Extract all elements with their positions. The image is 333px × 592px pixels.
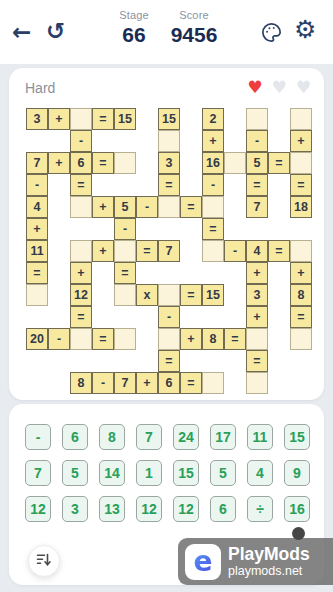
grid-cell-given: 3: [158, 152, 180, 174]
score-value: 9456: [160, 23, 228, 47]
grid-cell-given: =: [26, 262, 48, 284]
grid-gap: [268, 306, 290, 328]
grid-cell-given: 6: [70, 152, 92, 174]
grid-cell-given: 4: [246, 240, 268, 262]
heart-filled-icon: ♥: [247, 77, 262, 97]
grid-gap: [48, 306, 70, 328]
grid-cell-given: 6: [158, 372, 180, 394]
grid-gap: [180, 262, 202, 284]
grid-cell-given: 3: [26, 108, 48, 130]
grid-cell-given: -: [246, 130, 268, 152]
grid-cell-given: 7: [26, 152, 48, 174]
grid-gap: [224, 218, 246, 240]
grid-gap: [136, 350, 158, 372]
puzzle-grid: 3+=15152-+-+7+6=3165=-==-==4+5-=718+-=11…: [26, 108, 312, 394]
grid-cell-given: 3: [246, 284, 268, 306]
grid-cell-empty[interactable]: [114, 152, 136, 174]
grid-gap: [48, 262, 70, 284]
tile-row: 7514115549: [25, 460, 310, 486]
grid-gap: [224, 284, 246, 306]
grid-gap: [268, 284, 290, 306]
restart-button[interactable]: ↺: [46, 20, 65, 43]
grid-cell-given: =: [92, 328, 114, 350]
watermark-text: PlayMods playmods.net: [228, 545, 310, 579]
number-tile[interactable]: 6: [62, 424, 88, 450]
grid-cell-empty[interactable]: [246, 108, 268, 130]
grid-gap: [268, 328, 290, 350]
grid-cell-given: +: [246, 306, 268, 328]
theme-palette-button[interactable]: [260, 21, 283, 46]
grid-cell-given: =: [136, 240, 158, 262]
grid-cell-given: =: [180, 284, 202, 306]
grid-cell-given: x: [136, 284, 158, 306]
grid-cell-empty[interactable]: [202, 196, 224, 218]
grid-cell-given: 2: [202, 108, 224, 130]
grid-cell-empty[interactable]: [114, 284, 136, 306]
number-tile[interactable]: 13: [99, 496, 125, 522]
grid-gap: [268, 108, 290, 130]
number-tile[interactable]: 24: [173, 424, 199, 450]
grid-cell-given: +: [92, 240, 114, 262]
number-tile[interactable]: 1: [136, 460, 162, 486]
grid-gap: [224, 130, 246, 152]
grid-cell-given: 18: [290, 196, 312, 218]
grid-cell-given: 20: [26, 328, 48, 350]
grid-cell-given: +: [48, 108, 70, 130]
grid-gap: [224, 306, 246, 328]
grid-cell-given: -: [114, 218, 136, 240]
grid-gap: [268, 196, 290, 218]
grid-cell-given: +: [180, 328, 202, 350]
grid-cell-given: =: [158, 174, 180, 196]
grid-gap: [290, 372, 312, 394]
grid-cell-given: -: [92, 372, 114, 394]
grid-cell-given: 16: [202, 152, 224, 174]
grid-cell-given: -: [136, 196, 158, 218]
number-tile[interactable]: 17: [210, 424, 236, 450]
grid-cell-given: =: [246, 350, 268, 372]
grid-cell-empty[interactable]: [114, 240, 136, 262]
grid-gap: [268, 350, 290, 372]
number-tile[interactable]: 7: [136, 424, 162, 450]
grid-gap: [136, 152, 158, 174]
grid-cell-empty[interactable]: [246, 372, 268, 394]
grid-cell-empty[interactable]: [290, 328, 312, 350]
tile-row: -68724171115: [25, 424, 310, 450]
grid-gap: [180, 152, 202, 174]
grid-cell-empty[interactable]: [290, 108, 312, 130]
grid-gap: [48, 284, 70, 306]
grid-gap: [26, 306, 48, 328]
grid-cell-given: +: [202, 130, 224, 152]
grid-cell-given: 7: [246, 196, 268, 218]
number-tile[interactable]: 14: [99, 460, 125, 486]
board-card: Hard ♥♥♥ 3+=15152-+-+7+6=3165=-==-==4+5-…: [9, 68, 324, 400]
grid-cell-given: =: [114, 262, 136, 284]
grid-gap: [136, 130, 158, 152]
grid-cell-given: 15: [158, 108, 180, 130]
grid-gap: [48, 372, 70, 394]
grid-cell-given: 15: [114, 108, 136, 130]
grid-cell-given: =: [92, 108, 114, 130]
grid-cell-given: 5: [246, 152, 268, 174]
grid-cell-given: +: [290, 130, 312, 152]
grid-cell-empty[interactable]: [290, 240, 312, 262]
grid-gap: [224, 262, 246, 284]
settings-button[interactable]: ⚙: [294, 17, 316, 42]
number-tile[interactable]: 4: [247, 460, 273, 486]
number-tile[interactable]: ÷: [247, 496, 273, 522]
tile-row: 1231312126÷16: [25, 496, 310, 522]
score-indicator: Score 9456: [160, 9, 228, 47]
back-button[interactable]: ←: [12, 21, 31, 44]
grid-cell-given: +: [92, 196, 114, 218]
grid-gap: [48, 130, 70, 152]
grid-cell-empty[interactable]: [70, 240, 92, 262]
grid-gap: [224, 196, 246, 218]
number-tile[interactable]: 15: [284, 424, 310, 450]
number-tile[interactable]: 12: [173, 496, 199, 522]
grid-gap: [180, 306, 202, 328]
grid-cell-given: =: [202, 218, 224, 240]
grid-cell-given: =: [268, 240, 290, 262]
watermark-url: playmods.net: [228, 564, 310, 579]
grid-cell-given: -: [48, 328, 70, 350]
grid-gap: [268, 174, 290, 196]
grid-gap: [48, 174, 70, 196]
grid-cell-empty[interactable]: [114, 328, 136, 350]
lives-indicator: ♥♥♥: [247, 77, 311, 97]
grid-gap: [70, 218, 92, 240]
grid-cell-given: -: [26, 174, 48, 196]
grid-gap: [224, 108, 246, 130]
grid-gap: [202, 350, 224, 372]
number-tile[interactable]: 8: [99, 424, 125, 450]
grid-cell-given: +: [246, 262, 268, 284]
number-tile[interactable]: 12: [25, 496, 51, 522]
grid-cell-given: -: [224, 240, 246, 262]
number-tile[interactable]: 5: [62, 460, 88, 486]
dark-dot-decoration: [292, 527, 305, 540]
gear-icon: ⚙: [294, 15, 316, 44]
grid-cell-given: +: [70, 262, 92, 284]
watermark-title: PlayMods: [228, 545, 310, 564]
grid-cell-given: 11: [26, 240, 48, 262]
grid-gap: [136, 218, 158, 240]
grid-gap: [136, 108, 158, 130]
grid-cell-given: =: [290, 306, 312, 328]
number-tile[interactable]: 5: [210, 460, 236, 486]
grid-gap: [268, 372, 290, 394]
grid-gap: [48, 196, 70, 218]
grid-cell-empty[interactable]: [246, 328, 268, 350]
grid-gap: [70, 350, 92, 372]
grid-cell-given: =: [268, 152, 290, 174]
grid-gap: [92, 350, 114, 372]
grid-cell-given: -: [158, 306, 180, 328]
grid-cell-given: 7: [114, 372, 136, 394]
grid-cell-given: =: [180, 372, 202, 394]
heart-empty-icon: ♥: [296, 77, 311, 97]
number-tile[interactable]: 15: [173, 460, 199, 486]
grid-gap: [268, 262, 290, 284]
number-tile[interactable]: 11: [247, 424, 273, 450]
difficulty-label: Hard: [25, 80, 55, 96]
grid-gap: [268, 218, 290, 240]
grid-gap: [92, 130, 114, 152]
grid-gap: [48, 350, 70, 372]
grid-cell-empty[interactable]: [158, 284, 180, 306]
stage-value: 66: [104, 23, 164, 47]
number-tile[interactable]: 7: [25, 460, 51, 486]
grid-cell-empty[interactable]: [158, 130, 180, 152]
grid-cell-given: =: [92, 152, 114, 174]
grid-gap: [48, 218, 70, 240]
grid-cell-given: +: [26, 218, 48, 240]
grid-cell-given: 8: [290, 284, 312, 306]
grid-cell-empty[interactable]: [26, 284, 48, 306]
grid-cell-given: -: [202, 174, 224, 196]
grid-cell-empty[interactable]: [202, 372, 224, 394]
grid-cell-given: =: [180, 196, 202, 218]
number-tile[interactable]: 16: [284, 496, 310, 522]
grid-gap: [26, 350, 48, 372]
grid-gap: [92, 262, 114, 284]
grid-cell-given: 5: [114, 196, 136, 218]
grid-cell-given: 8: [70, 372, 92, 394]
grid-gap: [202, 306, 224, 328]
stage-label: Stage: [104, 9, 164, 21]
grid-gap: [114, 130, 136, 152]
grid-gap: [202, 262, 224, 284]
grid-gap: [114, 306, 136, 328]
score-label: Score: [160, 9, 228, 21]
playmods-logo-icon: e: [185, 544, 221, 580]
sort-icon: [36, 553, 52, 570]
grid-gap: [136, 174, 158, 196]
grid-cell-empty[interactable]: [290, 152, 312, 174]
grid-gap: [180, 130, 202, 152]
number-tile[interactable]: 12: [136, 496, 162, 522]
grid-cell-given: =: [70, 174, 92, 196]
grid-gap: [92, 218, 114, 240]
grid-cell-given: =: [290, 174, 312, 196]
grid-gap: [180, 108, 202, 130]
grid-gap: [158, 218, 180, 240]
grid-cell-given: =: [246, 174, 268, 196]
grid-cell-empty[interactable]: [70, 196, 92, 218]
grid-gap: [180, 240, 202, 262]
grid-gap: [224, 372, 246, 394]
grid-cell-empty[interactable]: [158, 196, 180, 218]
grid-gap: [48, 240, 70, 262]
grid-cell-given: 8: [202, 328, 224, 350]
tile-tray: -6872417111575141155491231312126÷16: [25, 424, 310, 522]
grid-gap: [92, 174, 114, 196]
grid-cell-empty[interactable]: [202, 240, 224, 262]
heart-empty-icon: ♥: [272, 77, 287, 97]
grid-gap: [92, 306, 114, 328]
grid-cell-given: 7: [158, 240, 180, 262]
grid-gap: [136, 328, 158, 350]
grid-cell-given: +: [48, 152, 70, 174]
grid-gap: [26, 130, 48, 152]
grid-gap: [224, 350, 246, 372]
grid-gap: [268, 130, 290, 152]
number-tile[interactable]: 9: [284, 460, 310, 486]
playmods-logo-glyph: e: [194, 545, 213, 578]
grid-cell-given: +: [136, 372, 158, 394]
grid-cell-given: =: [70, 306, 92, 328]
grid-cell-given: =: [158, 350, 180, 372]
grid-cell-given: +: [290, 262, 312, 284]
grid-cell-given: -: [70, 130, 92, 152]
grid-gap: [114, 174, 136, 196]
palette-icon: [260, 32, 283, 47]
number-tile[interactable]: 6: [210, 496, 236, 522]
grid-gap: [180, 218, 202, 240]
grid-gap: [26, 372, 48, 394]
stage-indicator: Stage 66: [104, 9, 164, 47]
grid-gap: [136, 306, 158, 328]
grid-cell-given: 4: [26, 196, 48, 218]
grid-gap: [114, 350, 136, 372]
grid-cell-empty[interactable]: [70, 328, 92, 350]
grid-gap: [224, 174, 246, 196]
playmods-watermark[interactable]: e PlayMods playmods.net: [178, 538, 333, 585]
number-tile[interactable]: -: [25, 424, 51, 450]
grid-gap: [180, 174, 202, 196]
sort-tiles-button[interactable]: [28, 545, 60, 577]
number-tile[interactable]: 3: [62, 496, 88, 522]
grid-cell-empty[interactable]: [224, 152, 246, 174]
grid-cell-empty[interactable]: [70, 108, 92, 130]
grid-gap: [246, 218, 268, 240]
grid-gap: [290, 350, 312, 372]
grid-gap: [92, 284, 114, 306]
grid-cell-empty[interactable]: [158, 328, 180, 350]
grid-gap: [136, 262, 158, 284]
grid-cell-given: 15: [202, 284, 224, 306]
grid-gap: [290, 218, 312, 240]
grid-cell-given: =: [224, 328, 246, 350]
grid-gap: [180, 350, 202, 372]
grid-cell-given: 12: [70, 284, 92, 306]
top-bar: ← ↺ Stage 66 Score 9456 ⚙: [0, 0, 333, 64]
grid-gap: [158, 262, 180, 284]
